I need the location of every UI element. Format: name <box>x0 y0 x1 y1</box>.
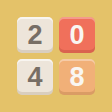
tile-2: 2 <box>17 17 53 53</box>
tile-0: 0 <box>59 17 95 53</box>
tile-8: 8 <box>59 59 95 95</box>
2048-board: 2 0 4 8 <box>17 17 95 95</box>
tile-4: 4 <box>17 59 53 95</box>
